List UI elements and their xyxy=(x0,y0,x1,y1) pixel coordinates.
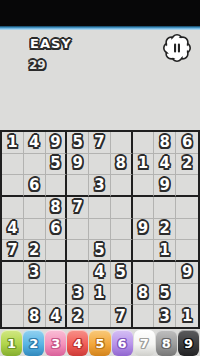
cell-r7c4[interactable] xyxy=(67,262,89,284)
cell-r1c8[interactable]: 8 xyxy=(154,132,176,154)
cell-r9c3[interactable]: 4 xyxy=(46,305,68,327)
cell-r8c9[interactable] xyxy=(176,284,198,306)
cell-value: 1 xyxy=(7,135,17,150)
cell-value: 2 xyxy=(73,309,83,324)
cell-r8c8[interactable]: 5 xyxy=(154,284,176,306)
cell-r7c9[interactable]: 9 xyxy=(176,262,198,284)
cell-value: 6 xyxy=(182,135,192,150)
cell-value: 4 xyxy=(94,265,104,280)
number-button-5[interactable]: 5 xyxy=(89,330,110,356)
cell-r6c1[interactable]: 7 xyxy=(2,240,24,262)
cell-value: 4 xyxy=(160,156,170,171)
number-button-label: 2 xyxy=(29,337,38,350)
cell-r9c5[interactable] xyxy=(89,305,111,327)
cell-r4c4[interactable]: 7 xyxy=(67,197,89,219)
cell-r5c2[interactable] xyxy=(24,219,46,241)
pause-icon xyxy=(163,34,191,62)
cell-r8c1[interactable] xyxy=(2,284,24,306)
cell-value: 2 xyxy=(182,156,192,171)
cell-value: 7 xyxy=(73,200,83,215)
cell-r6c6[interactable] xyxy=(111,240,133,262)
cell-r8c2[interactable] xyxy=(24,284,46,306)
cell-r7c7[interactable] xyxy=(133,262,155,284)
cell-value: 8 xyxy=(50,200,60,215)
cell-r7c1[interactable] xyxy=(2,262,24,284)
cell-r2c7[interactable]: 1 xyxy=(133,154,155,176)
cell-value: 9 xyxy=(138,221,148,236)
number-button-label: 6 xyxy=(118,337,127,350)
cell-r3c9[interactable] xyxy=(176,175,198,197)
cell-r4c9[interactable] xyxy=(176,197,198,219)
number-button-9[interactable]: 9 xyxy=(178,330,199,356)
cell-r3c1[interactable] xyxy=(2,175,24,197)
cell-value: 9 xyxy=(73,156,83,171)
cell-r2c1[interactable] xyxy=(2,154,24,176)
cell-r1c2[interactable]: 4 xyxy=(24,132,46,154)
cell-r5c7[interactable]: 9 xyxy=(133,219,155,241)
cell-r7c6[interactable]: 5 xyxy=(111,262,133,284)
cell-value: 3 xyxy=(160,309,170,324)
cell-r1c7[interactable] xyxy=(133,132,155,154)
cell-value: 2 xyxy=(29,243,39,258)
cell-value: 7 xyxy=(7,243,17,258)
cell-r9c9[interactable]: 1 xyxy=(176,305,198,327)
cell-r2c2[interactable] xyxy=(24,154,46,176)
cell-r4c5[interactable] xyxy=(89,197,111,219)
cell-r6c8[interactable]: 1 xyxy=(154,240,176,262)
cell-r8c4[interactable]: 3 xyxy=(67,284,89,306)
cell-value: 8 xyxy=(138,286,148,301)
header-divider xyxy=(0,26,200,30)
status-bar xyxy=(0,0,200,26)
cell-r1c3[interactable]: 9 xyxy=(46,132,68,154)
cell-value: 4 xyxy=(50,309,60,324)
cell-value: 3 xyxy=(94,178,104,193)
cell-value: 1 xyxy=(138,156,148,171)
cell-r3c6[interactable] xyxy=(111,175,133,197)
cell-r3c2[interactable]: 6 xyxy=(24,175,46,197)
cell-r3c8[interactable]: 9 xyxy=(154,175,176,197)
cell-r7c3[interactable] xyxy=(46,262,68,284)
number-button-4[interactable]: 4 xyxy=(67,330,88,356)
number-button-6[interactable]: 6 xyxy=(112,330,133,356)
cell-r6c2[interactable]: 2 xyxy=(24,240,46,262)
sudoku-grid: 1495786598142639874692725134593185842731 xyxy=(0,130,200,329)
cell-value: 4 xyxy=(29,135,39,150)
number-button-1[interactable]: 1 xyxy=(1,330,22,356)
cell-r6c5[interactable]: 5 xyxy=(89,240,111,262)
cell-value: 5 xyxy=(116,265,126,280)
cell-value: 4 xyxy=(7,221,17,236)
cell-r2c3[interactable]: 5 xyxy=(46,154,68,176)
cell-r5c4[interactable] xyxy=(67,219,89,241)
number-button-label: 5 xyxy=(95,337,104,350)
cell-value: 6 xyxy=(50,221,60,236)
cell-r6c4[interactable] xyxy=(67,240,89,262)
number-button-label: 9 xyxy=(184,337,193,350)
cell-r8c3[interactable] xyxy=(46,284,68,306)
cell-r5c6[interactable] xyxy=(111,219,133,241)
cell-r8c6[interactable] xyxy=(111,284,133,306)
cell-value: 7 xyxy=(94,135,104,150)
cell-value: 9 xyxy=(160,178,170,193)
cell-r1c9[interactable]: 6 xyxy=(176,132,198,154)
cell-r7c8[interactable] xyxy=(154,262,176,284)
cell-value: 1 xyxy=(182,309,192,324)
cell-r9c7[interactable] xyxy=(133,305,155,327)
cell-value: 1 xyxy=(160,243,170,258)
cell-value: 3 xyxy=(29,265,39,280)
number-button-8[interactable]: 8 xyxy=(156,330,177,356)
cell-r4c6[interactable] xyxy=(111,197,133,219)
cell-value: 9 xyxy=(50,135,60,150)
cell-r1c6[interactable] xyxy=(111,132,133,154)
cell-r2c6[interactable]: 8 xyxy=(111,154,133,176)
number-button-label: 3 xyxy=(51,337,60,350)
number-button-2[interactable]: 2 xyxy=(23,330,44,356)
cell-value: 5 xyxy=(50,156,60,171)
cell-r4c1[interactable] xyxy=(2,197,24,219)
cell-value: 2 xyxy=(160,221,170,236)
cell-value: 8 xyxy=(160,135,170,150)
number-button-label: 7 xyxy=(140,337,149,350)
cell-value: 9 xyxy=(182,265,192,280)
cell-r5c5[interactable] xyxy=(89,219,111,241)
cell-r3c5[interactable]: 3 xyxy=(89,175,111,197)
number-button-7[interactable]: 7 xyxy=(134,330,155,356)
cell-r9c4[interactable]: 2 xyxy=(67,305,89,327)
cell-r5c8[interactable]: 2 xyxy=(154,219,176,241)
cell-value: 6 xyxy=(29,178,39,193)
cell-r4c2[interactable] xyxy=(24,197,46,219)
cell-r6c7[interactable] xyxy=(133,240,155,262)
cell-r6c3[interactable] xyxy=(46,240,68,262)
cell-r5c3[interactable]: 6 xyxy=(46,219,68,241)
cell-r1c1[interactable]: 1 xyxy=(2,132,24,154)
number-button-label: 8 xyxy=(162,337,171,350)
cell-r1c5[interactable]: 7 xyxy=(89,132,111,154)
cell-r2c4[interactable]: 9 xyxy=(67,154,89,176)
cell-r2c9[interactable]: 2 xyxy=(176,154,198,176)
cell-r4c3[interactable]: 8 xyxy=(46,197,68,219)
number-button-3[interactable]: 3 xyxy=(45,330,66,356)
cell-value: 3 xyxy=(73,286,83,301)
cell-value: 5 xyxy=(94,243,104,258)
cell-r3c4[interactable] xyxy=(67,175,89,197)
cell-r7c2[interactable]: 3 xyxy=(24,262,46,284)
cell-r2c5[interactable] xyxy=(89,154,111,176)
cell-r8c5[interactable]: 1 xyxy=(89,284,111,306)
cell-r9c8[interactable]: 3 xyxy=(154,305,176,327)
cell-r9c2[interactable]: 8 xyxy=(24,305,46,327)
cell-value: 5 xyxy=(160,286,170,301)
cell-value: 5 xyxy=(73,135,83,150)
cell-value: 7 xyxy=(116,309,126,324)
cell-r4c7[interactable] xyxy=(133,197,155,219)
cell-r1c4[interactable]: 5 xyxy=(67,132,89,154)
number-palette: 123456789 xyxy=(0,330,200,356)
difficulty-label: EASY xyxy=(30,36,72,51)
cell-r5c9[interactable] xyxy=(176,219,198,241)
cell-r9c6[interactable]: 7 xyxy=(111,305,133,327)
pause-button[interactable] xyxy=(163,34,191,62)
cell-r4c8[interactable] xyxy=(154,197,176,219)
cell-r3c3[interactable] xyxy=(46,175,68,197)
cell-r6c9[interactable] xyxy=(176,240,198,262)
cell-value: 8 xyxy=(29,309,39,324)
move-counter: 29 xyxy=(29,58,46,72)
cell-r2c8[interactable]: 4 xyxy=(154,154,176,176)
cell-r8c7[interactable]: 8 xyxy=(133,284,155,306)
number-button-label: 4 xyxy=(73,337,82,350)
cell-value: 8 xyxy=(116,156,126,171)
cell-r9c1[interactable] xyxy=(2,305,24,327)
cell-value: 1 xyxy=(94,286,104,301)
number-button-label: 1 xyxy=(7,337,16,350)
cell-r3c7[interactable] xyxy=(133,175,155,197)
cell-r5c1[interactable]: 4 xyxy=(2,219,24,241)
cell-r7c5[interactable]: 4 xyxy=(89,262,111,284)
